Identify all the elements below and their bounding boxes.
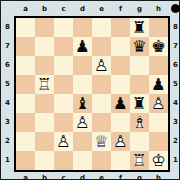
square-a3[interactable]	[16, 113, 35, 132]
rank-label-right-3: 3	[170, 113, 181, 132]
square-a1[interactable]	[16, 151, 35, 170]
square-b8[interactable]	[35, 18, 54, 37]
square-h6[interactable]	[149, 56, 168, 75]
square-e1[interactable]	[92, 151, 111, 170]
square-d2[interactable]	[73, 132, 92, 151]
rank-label-right-8: 8	[170, 18, 181, 37]
rank-label-right-5: 5	[170, 75, 181, 94]
square-g8[interactable]: ♜	[130, 18, 149, 37]
black-bishop: ♝	[73, 94, 92, 113]
file-label-bottom-b: b	[35, 172, 54, 180]
square-g1[interactable]: ♜♖	[130, 151, 149, 170]
square-a2[interactable]	[16, 132, 35, 151]
file-label-top-d: d	[73, 3, 92, 15]
black-king: ♚	[149, 37, 168, 56]
square-c8[interactable]	[54, 18, 73, 37]
square-b4[interactable]	[35, 94, 54, 113]
file-label-bottom-e: e	[92, 172, 111, 180]
black-queen: ♛	[130, 37, 149, 56]
square-e6[interactable]: ♟♙	[92, 56, 111, 75]
square-d7[interactable]: ♟	[73, 37, 92, 56]
square-f6[interactable]	[111, 56, 130, 75]
square-c2[interactable]: ♟♙	[54, 132, 73, 151]
square-a7[interactable]	[16, 37, 35, 56]
rank-label-left-5: 5	[2, 75, 13, 94]
square-c4[interactable]	[54, 94, 73, 113]
square-a5[interactable]	[16, 75, 35, 94]
square-d5[interactable]	[73, 75, 92, 94]
black-pawn: ♟	[73, 37, 92, 56]
chess-board: ♜♟♛♚♟♙♜♖♟♝♟♜♟♙♟♙♝♗♟♙♛♕♟♙♜♖♚♔	[14, 16, 170, 172]
square-c3[interactable]	[54, 113, 73, 132]
white-rook: ♜♖	[130, 151, 149, 170]
white-pawn: ♟♙	[149, 94, 168, 113]
square-f2[interactable]: ♟♙	[111, 132, 130, 151]
square-a6[interactable]	[16, 56, 35, 75]
square-b5[interactable]: ♜♖	[35, 75, 54, 94]
square-f3[interactable]	[111, 113, 130, 132]
white-pawn: ♟♙	[92, 56, 111, 75]
black-rook: ♜	[130, 94, 149, 113]
black-to-move-indicator	[171, 4, 180, 13]
file-label-bottom-c: c	[54, 172, 73, 180]
white-bishop: ♝♗	[130, 113, 149, 132]
black-pawn: ♟	[111, 94, 130, 113]
file-label-top-h: h	[149, 3, 168, 15]
rank-label-right-1: 1	[170, 151, 181, 170]
file-label-bottom-a: a	[16, 172, 35, 180]
file-label-top-g: g	[130, 3, 149, 15]
file-label-bottom-d: d	[73, 172, 92, 180]
square-h1[interactable]: ♚♔	[149, 151, 168, 170]
square-a4[interactable]	[16, 94, 35, 113]
file-label-top-e: e	[92, 3, 111, 15]
rank-label-right-2: 2	[170, 132, 181, 151]
square-h2[interactable]	[149, 132, 168, 151]
rank-label-left-2: 2	[2, 132, 13, 151]
square-e5[interactable]	[92, 75, 111, 94]
white-rook: ♜♖	[35, 75, 54, 94]
square-d4[interactable]: ♝	[73, 94, 92, 113]
white-queen: ♛♕	[92, 132, 111, 151]
square-d6[interactable]	[73, 56, 92, 75]
square-e8[interactable]	[92, 18, 111, 37]
square-e2[interactable]: ♛♕	[92, 132, 111, 151]
square-h4[interactable]: ♟♙	[149, 94, 168, 113]
rank-label-left-8: 8	[2, 18, 13, 37]
square-c6[interactable]	[54, 56, 73, 75]
square-f4[interactable]: ♟	[111, 94, 130, 113]
square-g6[interactable]	[130, 56, 149, 75]
rank-label-right-7: 7	[170, 37, 181, 56]
rank-label-right-6: 6	[170, 56, 181, 75]
file-label-top-a: a	[16, 3, 35, 15]
square-b1[interactable]	[35, 151, 54, 170]
black-pawn: ♟	[149, 75, 168, 94]
file-label-top-f: f	[111, 3, 130, 15]
white-pawn: ♟♙	[73, 113, 92, 132]
square-e7[interactable]	[92, 37, 111, 56]
file-label-bottom-g: g	[130, 172, 149, 180]
square-a8[interactable]	[16, 18, 35, 37]
square-d8[interactable]	[73, 18, 92, 37]
square-b7[interactable]	[35, 37, 54, 56]
square-d3[interactable]: ♟♙	[73, 113, 92, 132]
square-c7[interactable]	[54, 37, 73, 56]
chess-diagram: ♜♟♛♚♟♙♜♖♟♝♟♜♟♙♟♙♝♗♟♙♛♕♟♙♜♖♚♔ aabbccddeef…	[0, 0, 180, 180]
square-f1[interactable]	[111, 151, 130, 170]
rank-label-left-1: 1	[2, 151, 13, 170]
file-label-bottom-f: f	[111, 172, 130, 180]
square-b3[interactable]	[35, 113, 54, 132]
square-h3[interactable]	[149, 113, 168, 132]
rank-label-left-4: 4	[2, 94, 13, 113]
square-g3[interactable]: ♝♗	[130, 113, 149, 132]
rank-label-left-7: 7	[2, 37, 13, 56]
square-c5[interactable]	[54, 75, 73, 94]
square-b6[interactable]	[35, 56, 54, 75]
black-rook: ♜	[130, 18, 149, 37]
square-h8[interactable]	[149, 18, 168, 37]
file-label-bottom-h: h	[149, 172, 168, 180]
rank-label-right-4: 4	[170, 94, 181, 113]
white-pawn: ♟♙	[54, 132, 73, 151]
rank-label-left-3: 3	[2, 113, 13, 132]
square-e4[interactable]	[92, 94, 111, 113]
square-g2[interactable]	[130, 132, 149, 151]
square-h5[interactable]: ♟	[149, 75, 168, 94]
file-label-top-b: b	[35, 3, 54, 15]
square-c1[interactable]	[54, 151, 73, 170]
square-g4[interactable]: ♜	[130, 94, 149, 113]
square-f5[interactable]	[111, 75, 130, 94]
square-g5[interactable]	[130, 75, 149, 94]
rank-label-left-6: 6	[2, 56, 13, 75]
white-king: ♚♔	[149, 151, 168, 170]
square-b2[interactable]	[35, 132, 54, 151]
square-f7[interactable]	[111, 37, 130, 56]
square-g7[interactable]: ♛	[130, 37, 149, 56]
square-d1[interactable]	[73, 151, 92, 170]
square-f8[interactable]	[111, 18, 130, 37]
file-label-top-c: c	[54, 3, 73, 15]
square-h7[interactable]: ♚	[149, 37, 168, 56]
white-pawn: ♟♙	[111, 132, 130, 151]
square-e3[interactable]	[92, 113, 111, 132]
